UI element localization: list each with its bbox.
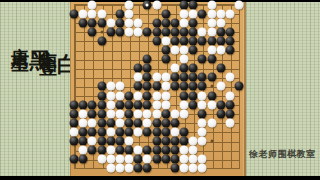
white-stone (115, 164, 124, 173)
white-stone (170, 46, 179, 55)
white-stone (189, 146, 198, 155)
black-stone (180, 0, 189, 9)
white-stone (125, 18, 134, 27)
black-stone (143, 55, 152, 64)
black-stone (97, 109, 106, 118)
white-stone (225, 91, 234, 100)
black-stone (161, 127, 170, 136)
white-stone (88, 9, 97, 18)
black-stone (125, 91, 134, 100)
white-stone (134, 127, 143, 136)
white-stone (180, 109, 189, 118)
black-stone (152, 155, 161, 164)
black-stone (88, 100, 97, 109)
black-stone (79, 18, 88, 27)
black-stone (198, 55, 207, 64)
black-stone (97, 127, 106, 136)
white-stone (106, 91, 115, 100)
white-stone (106, 164, 115, 173)
white-stone (207, 118, 216, 127)
black-stone (88, 27, 97, 36)
white-player-name: 卞相壹 (39, 35, 57, 47)
black-stone (115, 127, 124, 136)
white-stone (134, 73, 143, 82)
white-stone (216, 82, 225, 91)
white-stone (97, 9, 106, 18)
black-stone (115, 100, 124, 109)
black-stone (106, 118, 115, 127)
black-stone (70, 9, 79, 18)
black-stone (216, 64, 225, 73)
black-stone (180, 64, 189, 73)
black-stone (161, 9, 170, 18)
black-stone (225, 27, 234, 36)
black-stone (143, 64, 152, 73)
black-stone (97, 118, 106, 127)
white-stone (225, 73, 234, 82)
white-stone (125, 164, 134, 173)
white-stone (125, 27, 134, 36)
black-stone (225, 36, 234, 45)
black-stone (216, 36, 225, 45)
black-stone (161, 137, 170, 146)
black-stone (189, 64, 198, 73)
black-stone (161, 118, 170, 127)
black-stone (180, 127, 189, 136)
black-stone (88, 18, 97, 27)
black-stone (143, 164, 152, 173)
black-stone (152, 118, 161, 127)
white-stone (180, 9, 189, 18)
black-stone (161, 109, 170, 118)
white-stone (216, 18, 225, 27)
white-stone (189, 155, 198, 164)
black-stone (125, 118, 134, 127)
black-stone (180, 36, 189, 45)
white-stone (198, 137, 207, 146)
go-board (70, 2, 246, 176)
white-stone (198, 27, 207, 36)
black-stone (79, 100, 88, 109)
white-stone (198, 118, 207, 127)
black-stone (189, 18, 198, 27)
white-stone (134, 91, 143, 100)
white-stone (106, 18, 115, 27)
black-stone (170, 155, 179, 164)
black-stone (180, 27, 189, 36)
black-stone (115, 18, 124, 27)
black-stone (143, 91, 152, 100)
white-stone (207, 9, 216, 18)
black-stone (97, 137, 106, 146)
black-stone (170, 146, 179, 155)
black-stone (125, 127, 134, 136)
black-stone (134, 155, 143, 164)
white-stone (198, 100, 207, 109)
white-stone (152, 109, 161, 118)
black-stone (189, 91, 198, 100)
black-stone (189, 36, 198, 45)
white-stone (143, 155, 152, 164)
white-stone (225, 118, 234, 127)
black-player-name: 唐韦星 (11, 33, 29, 45)
black-stone (180, 73, 189, 82)
black-stone (207, 36, 216, 45)
white-stone (79, 109, 88, 118)
left-info-panel: 黑 唐韦星 白 卞相壹 (0, 2, 70, 176)
black-stone (161, 46, 170, 55)
black-stone (216, 27, 225, 36)
black-stone (70, 155, 79, 164)
white-stone (170, 109, 179, 118)
black-stone (189, 0, 198, 9)
black-stone (88, 109, 97, 118)
black-stone (88, 146, 97, 155)
white-stone (207, 46, 216, 55)
white-stone (161, 73, 170, 82)
black-stone (134, 82, 143, 91)
black-stone (125, 100, 134, 109)
black-stone (198, 73, 207, 82)
white-stone (125, 155, 134, 164)
white-stone (161, 100, 170, 109)
white-stone (216, 9, 225, 18)
white-stone (189, 137, 198, 146)
black-stone (134, 118, 143, 127)
black-stone (161, 55, 170, 64)
black-stone (70, 100, 79, 109)
black-stone (189, 27, 198, 36)
white-stone (115, 82, 124, 91)
black-stone (152, 82, 161, 91)
white-stone (207, 100, 216, 109)
white-stone (235, 0, 244, 9)
black-stone (143, 100, 152, 109)
white-stone (134, 27, 143, 36)
white-stone (106, 82, 115, 91)
black-stone (143, 82, 152, 91)
black-stone (97, 91, 106, 100)
star-point (100, 30, 103, 33)
white-stone (225, 9, 234, 18)
white-stone (106, 100, 115, 109)
black-stone (134, 164, 143, 173)
black-stone (170, 164, 179, 173)
black-stone (161, 27, 170, 36)
white-stone (134, 146, 143, 155)
black-stone (161, 18, 170, 27)
black-stone (170, 73, 179, 82)
black-stone (216, 109, 225, 118)
white-stone (189, 9, 198, 18)
white-stone (79, 118, 88, 127)
black-stone (161, 155, 170, 164)
black-stone (170, 18, 179, 27)
white-stone (134, 18, 143, 27)
white-stone (143, 118, 152, 127)
white-stone (152, 100, 161, 109)
black-stone (180, 82, 189, 91)
black-stone (134, 100, 143, 109)
white-stone (106, 127, 115, 136)
black-stone (189, 82, 198, 91)
black-stone (115, 146, 124, 155)
black-stone (106, 27, 115, 36)
white-stone (152, 0, 161, 9)
white-stone (198, 127, 207, 136)
white-stone (125, 137, 134, 146)
black-stone (115, 137, 124, 146)
black-stone (125, 109, 134, 118)
black-stone (152, 36, 161, 45)
black-stone (161, 146, 170, 155)
black-stone (97, 100, 106, 109)
white-stone (88, 118, 97, 127)
white-stone (115, 155, 124, 164)
black-stone (70, 109, 79, 118)
black-stone (207, 91, 216, 100)
white-stone (180, 46, 189, 55)
black-stone (152, 27, 161, 36)
white-stone (198, 155, 207, 164)
white-stone (180, 18, 189, 27)
black-stone (189, 46, 198, 55)
black-stone (152, 137, 161, 146)
white-stone (134, 109, 143, 118)
black-stone (115, 27, 124, 36)
white-stone (207, 18, 216, 27)
black-stone (225, 109, 234, 118)
black-stone (70, 118, 79, 127)
black-stone (189, 100, 198, 109)
black-stone (97, 146, 106, 155)
star-point (210, 85, 213, 88)
black-stone (115, 9, 124, 18)
white-stone (161, 36, 170, 45)
black-stone (225, 100, 234, 109)
white-stone (106, 109, 115, 118)
black-stone (79, 137, 88, 146)
white-stone (180, 100, 189, 109)
white-stone (198, 91, 207, 100)
white-stone (189, 164, 198, 173)
white-stone (152, 73, 161, 82)
white-stone (125, 0, 134, 9)
black-stone (180, 137, 189, 146)
black-stone (207, 73, 216, 82)
black-stone (106, 137, 115, 146)
white-stone (180, 146, 189, 155)
black-stone (125, 146, 134, 155)
white-stone (216, 46, 225, 55)
black-stone (79, 127, 88, 136)
white-stone (106, 155, 115, 164)
black-stone (152, 127, 161, 136)
black-stone (198, 109, 207, 118)
white-stone (170, 127, 179, 136)
video-frame: 黑 唐韦星 白 卞相壹 徐老师围棋教室 (0, 0, 320, 180)
white-stone (207, 27, 216, 36)
white-stone (88, 137, 97, 146)
white-stone (115, 109, 124, 118)
white-stone (198, 164, 207, 173)
white-stone (115, 91, 124, 100)
black-stone (189, 73, 198, 82)
watermark-text: 徐老师围棋教室 (249, 148, 319, 161)
white-stone (170, 64, 179, 73)
black-stone (235, 82, 244, 91)
black-stone (152, 18, 161, 27)
black-stone (198, 36, 207, 45)
white-stone (161, 91, 170, 100)
black-stone (97, 36, 106, 45)
black-stone (143, 127, 152, 136)
black-stone (70, 137, 79, 146)
white-stone (161, 82, 170, 91)
white-stone (180, 164, 189, 173)
right-side-panel: 徐老师围棋教室 (246, 2, 320, 176)
white-stone (207, 0, 216, 9)
white-stone (143, 109, 152, 118)
black-stone (152, 146, 161, 155)
star-point (210, 140, 213, 143)
black-stone (143, 0, 152, 9)
white-stone (97, 155, 106, 164)
black-stone (207, 55, 216, 64)
white-stone (125, 9, 134, 18)
black-stone (170, 82, 179, 91)
black-stone (170, 27, 179, 36)
black-stone (97, 82, 106, 91)
black-stone (198, 82, 207, 91)
black-stone (170, 118, 179, 127)
white-stone (115, 118, 124, 127)
black-stone (216, 100, 225, 109)
white-stone (79, 146, 88, 155)
last-move-marker (146, 3, 149, 6)
black-stone (143, 73, 152, 82)
black-stone (225, 46, 234, 55)
black-stone (143, 146, 152, 155)
white-stone (152, 91, 161, 100)
black-stone (170, 137, 179, 146)
black-stone (88, 127, 97, 136)
black-stone (170, 36, 179, 45)
white-stone (106, 146, 115, 155)
white-stone (180, 55, 189, 64)
black-stone (134, 64, 143, 73)
white-stone (70, 127, 79, 136)
black-stone (143, 27, 152, 36)
black-stone (180, 91, 189, 100)
black-stone (79, 155, 88, 164)
white-stone (79, 9, 88, 18)
black-stone (97, 18, 106, 27)
black-stone (198, 9, 207, 18)
white-stone (180, 155, 189, 164)
white-stone (88, 0, 97, 9)
